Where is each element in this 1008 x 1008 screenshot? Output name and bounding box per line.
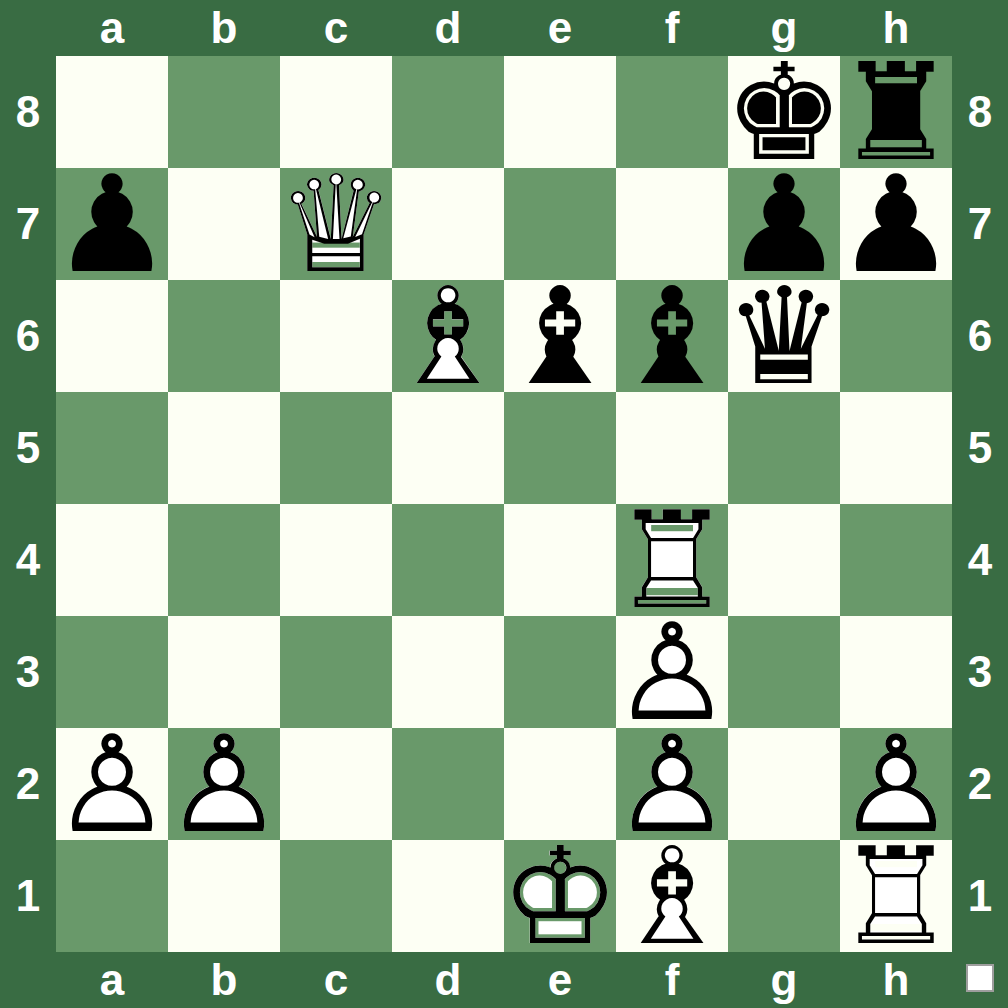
white-bishop-icon: ♝♗ xyxy=(616,840,728,952)
rank-label-3: 3 xyxy=(0,616,56,728)
file-label-d: d xyxy=(392,0,504,56)
white-pawn-outline: ♙ xyxy=(168,728,280,840)
square-c7[interactable]: ♛♕ xyxy=(280,168,392,280)
square-h7[interactable]: ♟ xyxy=(840,168,952,280)
file-label-c: c xyxy=(280,0,392,56)
file-label-a: a xyxy=(56,952,168,1008)
black-bishop-fill: ♝ xyxy=(504,280,616,392)
square-c2[interactable] xyxy=(280,728,392,840)
square-a7[interactable]: ♟ xyxy=(56,168,168,280)
square-g1[interactable] xyxy=(728,840,840,952)
square-e8[interactable] xyxy=(504,56,616,168)
square-b5[interactable] xyxy=(168,392,280,504)
white-to-move-indicator xyxy=(966,964,994,992)
rank-label-1: 1 xyxy=(0,840,56,952)
square-h5[interactable] xyxy=(840,392,952,504)
square-g4[interactable] xyxy=(728,504,840,616)
square-d1[interactable] xyxy=(392,840,504,952)
square-e3[interactable] xyxy=(504,616,616,728)
rank-label-8: 8 xyxy=(952,56,1008,168)
rank-labels-left: 87654321 xyxy=(0,56,56,952)
black-pawn-icon: ♟ xyxy=(56,168,168,280)
square-c1[interactable] xyxy=(280,840,392,952)
rank-label-2: 2 xyxy=(952,728,1008,840)
black-queen-fill: ♛ xyxy=(728,280,840,392)
rank-label-6: 6 xyxy=(0,280,56,392)
file-label-e: e xyxy=(504,0,616,56)
white-bishop-outline: ♗ xyxy=(616,840,728,952)
white-queen-icon: ♛♕ xyxy=(280,168,392,280)
square-h6[interactable] xyxy=(840,280,952,392)
square-a6[interactable] xyxy=(56,280,168,392)
square-f1[interactable]: ♝♗ xyxy=(616,840,728,952)
square-a2[interactable]: ♟♙ xyxy=(56,728,168,840)
square-e1[interactable]: ♚♔ xyxy=(504,840,616,952)
black-bishop-icon: ♝ xyxy=(616,280,728,392)
white-king-icon: ♚♔ xyxy=(504,840,616,952)
square-d4[interactable] xyxy=(392,504,504,616)
square-g5[interactable] xyxy=(728,392,840,504)
rank-label-4: 4 xyxy=(0,504,56,616)
white-rook-outline: ♖ xyxy=(840,840,952,952)
rank-label-3: 3 xyxy=(952,616,1008,728)
white-king-outline: ♔ xyxy=(504,840,616,952)
square-h1[interactable]: ♜♖ xyxy=(840,840,952,952)
white-pawn-icon: ♟♙ xyxy=(56,728,168,840)
rank-label-1: 1 xyxy=(952,840,1008,952)
square-e5[interactable] xyxy=(504,392,616,504)
file-label-g: g xyxy=(728,952,840,1008)
file-label-d: d xyxy=(392,952,504,1008)
chess-board-frame: abcdefgh abcdefgh 87654321 87654321 ♚♜♟♛… xyxy=(0,0,1008,1008)
white-rook-icon: ♜♖ xyxy=(840,840,952,952)
square-e4[interactable] xyxy=(504,504,616,616)
square-b2[interactable]: ♟♙ xyxy=(168,728,280,840)
square-b7[interactable] xyxy=(168,168,280,280)
chess-board: ♚♜♟♛♕♟♟♝♗♝♝♛♜♖♟♙♟♙♟♙♟♙♟♙♚♔♝♗♜♖ xyxy=(56,56,952,952)
file-label-b: b xyxy=(168,952,280,1008)
rank-labels-right: 87654321 xyxy=(952,56,1008,952)
square-a5[interactable] xyxy=(56,392,168,504)
square-c5[interactable] xyxy=(280,392,392,504)
square-d5[interactable] xyxy=(392,392,504,504)
white-pawn-outline: ♙ xyxy=(56,728,168,840)
rank-label-2: 2 xyxy=(0,728,56,840)
black-pawn-icon: ♟ xyxy=(840,168,952,280)
square-d3[interactable] xyxy=(392,616,504,728)
square-b6[interactable] xyxy=(168,280,280,392)
black-bishop-icon: ♝ xyxy=(504,280,616,392)
square-h4[interactable] xyxy=(840,504,952,616)
square-c3[interactable] xyxy=(280,616,392,728)
file-label-f: f xyxy=(616,0,728,56)
rank-label-4: 4 xyxy=(952,504,1008,616)
rank-label-5: 5 xyxy=(0,392,56,504)
white-queen-outline: ♕ xyxy=(280,168,392,280)
black-pawn-fill: ♟ xyxy=(840,168,952,280)
rank-label-5: 5 xyxy=(952,392,1008,504)
square-b4[interactable] xyxy=(168,504,280,616)
square-b8[interactable] xyxy=(168,56,280,168)
square-f6[interactable]: ♝ xyxy=(616,280,728,392)
square-c6[interactable] xyxy=(280,280,392,392)
square-d8[interactable] xyxy=(392,56,504,168)
file-label-b: b xyxy=(168,0,280,56)
file-label-a: a xyxy=(56,0,168,56)
black-queen-icon: ♛ xyxy=(728,280,840,392)
file-label-c: c xyxy=(280,952,392,1008)
square-a4[interactable] xyxy=(56,504,168,616)
rank-label-6: 6 xyxy=(952,280,1008,392)
square-d2[interactable] xyxy=(392,728,504,840)
black-pawn-fill: ♟ xyxy=(56,168,168,280)
rank-label-8: 8 xyxy=(0,56,56,168)
square-f8[interactable] xyxy=(616,56,728,168)
square-e6[interactable]: ♝ xyxy=(504,280,616,392)
white-bishop-outline: ♗ xyxy=(392,280,504,392)
square-c4[interactable] xyxy=(280,504,392,616)
square-a1[interactable] xyxy=(56,840,168,952)
rank-label-7: 7 xyxy=(952,168,1008,280)
white-bishop-icon: ♝♗ xyxy=(392,280,504,392)
white-pawn-icon: ♟♙ xyxy=(168,728,280,840)
black-bishop-fill: ♝ xyxy=(616,280,728,392)
square-d6[interactable]: ♝♗ xyxy=(392,280,504,392)
square-g6[interactable]: ♛ xyxy=(728,280,840,392)
square-b1[interactable] xyxy=(168,840,280,952)
square-g3[interactable] xyxy=(728,616,840,728)
square-g2[interactable] xyxy=(728,728,840,840)
rank-label-7: 7 xyxy=(0,168,56,280)
